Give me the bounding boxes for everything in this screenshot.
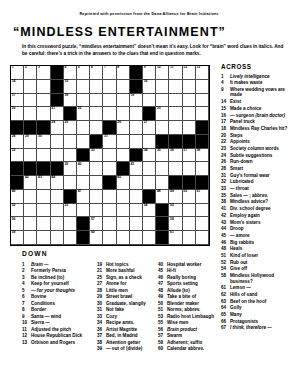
grid-cell[interactable]: 43 xyxy=(37,176,50,190)
grid-cell[interactable] xyxy=(169,121,182,135)
clue-number: 30 xyxy=(97,301,106,307)
grid-cell[interactable]: 20 xyxy=(11,107,24,121)
cell-number: 18 xyxy=(64,94,68,97)
puzzle-instructions: In this crossword puzzle, “mindless ente… xyxy=(22,43,290,58)
grid-cell[interactable] xyxy=(117,135,130,149)
clue-text: Santa — wind xyxy=(31,314,97,320)
black-cell xyxy=(196,176,209,190)
grid-cell[interactable]: 34 xyxy=(143,149,156,163)
cell-number: 29 xyxy=(25,135,29,138)
grid-cell[interactable] xyxy=(90,80,103,94)
clue-text: Subtle suggestions xyxy=(230,153,298,159)
down-clue-60: 60Calendar abbrev. xyxy=(158,346,268,352)
down-clue-49: 49Take a bite of xyxy=(158,294,268,300)
grid-cell[interactable]: 1 xyxy=(11,66,24,80)
grid-cell[interactable] xyxy=(77,176,90,190)
grid-cell[interactable] xyxy=(117,80,130,94)
grid-cell[interactable]: 47 xyxy=(77,190,90,204)
clue-number: 4 xyxy=(221,80,230,86)
grid-cell[interactable]: 21 xyxy=(51,107,64,121)
across-clue-41: 41Div. school degree xyxy=(221,206,298,212)
across-clue-17: 17Panel truck xyxy=(221,119,298,125)
grid-cell[interactable]: 3 xyxy=(37,66,50,80)
grid-cell[interactable] xyxy=(156,176,169,190)
clue-number: 36 xyxy=(97,327,106,333)
grid-cell[interactable] xyxy=(103,162,116,176)
clue-number: 51 xyxy=(158,307,167,313)
grid-cell[interactable] xyxy=(24,217,37,231)
clue-text: Lubricated xyxy=(230,179,298,185)
black-cell xyxy=(143,190,156,204)
clue-text: Mom's sisters xyxy=(230,220,298,226)
clue-number: 1 xyxy=(221,74,230,80)
grid-cell[interactable] xyxy=(37,204,50,218)
grid-cell[interactable]: 33 xyxy=(90,149,103,163)
black-cell xyxy=(196,121,209,135)
grid-cell[interactable]: 37 xyxy=(183,149,196,163)
clue-text: Big rabbits xyxy=(230,240,298,246)
grid-cell[interactable] xyxy=(64,176,77,190)
down-clue-12: 12House Republican Dick xyxy=(22,333,97,339)
grid-cell[interactable] xyxy=(183,217,196,231)
clue-text: Keep for yourself xyxy=(31,281,97,287)
grid-cell[interactable] xyxy=(90,176,103,190)
down-clue-56: 56Brain product xyxy=(158,327,268,333)
black-cell xyxy=(64,190,77,204)
grid-cell[interactable] xyxy=(24,107,37,121)
down-clue-19: 19Hot topics xyxy=(97,262,158,268)
grid-cell[interactable]: 35 xyxy=(156,149,169,163)
grid-cell[interactable]: 10 xyxy=(156,66,169,80)
cell-number: 31 xyxy=(104,135,108,138)
cell-number: 28 xyxy=(12,135,16,138)
grid-cell[interactable] xyxy=(169,94,182,108)
clue-number: 43 xyxy=(221,220,230,226)
grid-cell[interactable] xyxy=(196,204,209,218)
grid-cell[interactable]: 12 xyxy=(183,66,196,80)
grid-cell[interactable]: 8 xyxy=(117,66,130,80)
down-clue-51: 51Norms; abbrev. xyxy=(158,307,268,313)
grid-cell[interactable]: 40 xyxy=(77,162,90,176)
grid-cell[interactable] xyxy=(156,121,169,135)
clue-text: Attention getter xyxy=(106,340,158,346)
grid-cell[interactable] xyxy=(90,204,103,218)
grid-cell[interactable] xyxy=(130,121,143,135)
clue-text: Orbison and Rogers xyxy=(31,340,97,346)
across-clue-43: 43Mom's sisters xyxy=(221,220,298,226)
clue-text: Border xyxy=(31,307,97,313)
across-clue-32: 32Lubricated xyxy=(221,179,298,185)
grid-cell[interactable]: 57 xyxy=(90,217,103,231)
crossword-grid: 1234567891011121314151617181920212223242… xyxy=(10,65,210,246)
instructions-line-1: In this crossword puzzle, “mindless ente… xyxy=(22,43,290,50)
across-clue-20: 20Steps xyxy=(221,133,298,139)
grid-cell[interactable]: 22 xyxy=(77,107,90,121)
clue-text: Brain product xyxy=(167,327,268,333)
grid-cell[interactable]: 32 xyxy=(11,149,24,163)
clue-number: 16 xyxy=(221,113,230,119)
clue-number: 17 xyxy=(221,119,230,125)
down-clue-1: 1Brain — xyxy=(22,262,97,268)
black-cell xyxy=(24,121,37,135)
cell-number: 48 xyxy=(157,190,161,193)
grid-cell[interactable] xyxy=(90,121,103,135)
grid-cell[interactable] xyxy=(24,80,37,94)
clue-text: Panel truck xyxy=(230,119,298,125)
grid-cell[interactable]: 53 xyxy=(64,204,77,218)
grid-cell[interactable] xyxy=(37,190,50,204)
grid-cell[interactable] xyxy=(24,231,37,245)
across-clue-31: 31Guy's formal wear xyxy=(221,173,298,179)
grid-cell[interactable]: 18 xyxy=(64,94,77,108)
grid-cell[interactable]: 59 xyxy=(11,231,24,245)
black-cell xyxy=(51,162,64,176)
down-clue-29: 29Street brawl xyxy=(97,294,158,300)
grid-cell[interactable]: 17 xyxy=(11,94,24,108)
clue-number: 57 xyxy=(158,333,167,339)
grid-cell[interactable] xyxy=(103,217,116,231)
grid-cell[interactable] xyxy=(183,94,196,108)
grid-cell[interactable]: 46 xyxy=(11,190,24,204)
down-clue-11: 11Adjusted the pitch xyxy=(22,327,97,333)
clue-number: 23 xyxy=(221,146,230,152)
down-clue-28: 28Little men xyxy=(97,288,158,294)
grid-cell[interactable]: 50 xyxy=(183,190,196,204)
grid-cell[interactable] xyxy=(130,217,143,231)
grid-cell[interactable]: 52 xyxy=(11,204,24,218)
clue-number: 45 xyxy=(158,268,167,274)
cell-number: 6 xyxy=(91,66,93,69)
grid-cell[interactable] xyxy=(156,94,169,108)
grid-cell[interactable] xyxy=(156,80,169,94)
grid-cell[interactable]: 11 xyxy=(169,66,182,80)
grid-cell[interactable]: 2 xyxy=(24,66,37,80)
cell-number: 5 xyxy=(78,66,80,69)
grid-cell[interactable] xyxy=(64,135,77,149)
grid-cell[interactable]: 45 xyxy=(117,176,130,190)
cell-number: 40 xyxy=(78,163,82,166)
clue-number: 21 xyxy=(97,268,106,274)
grid-cell[interactable]: 31 xyxy=(103,135,116,149)
cell-number: 55 xyxy=(170,204,174,207)
grid-cell[interactable] xyxy=(103,231,116,245)
grid-cell[interactable] xyxy=(24,204,37,218)
grid-cell[interactable] xyxy=(143,217,156,231)
grid-cell[interactable] xyxy=(143,135,156,149)
grid-cell[interactable] xyxy=(156,162,169,176)
grid-cell[interactable] xyxy=(169,107,182,121)
grid-cell[interactable]: 38 xyxy=(196,149,209,163)
grid-cell[interactable] xyxy=(143,162,156,176)
grid-cell[interactable]: 30 xyxy=(37,135,50,149)
grid-cell[interactable] xyxy=(64,149,77,163)
grid-cell[interactable]: 41 xyxy=(130,162,143,176)
clue-text: Mindless Ray Charles hit? xyxy=(230,126,298,132)
grid-cell[interactable] xyxy=(130,135,143,149)
grid-cell[interactable]: 42 xyxy=(24,176,37,190)
clue-text: Employ again xyxy=(230,213,298,219)
grid-cell[interactable]: 7 xyxy=(103,66,116,80)
grid-cell[interactable] xyxy=(51,204,64,218)
clue-text: House Republican Dick xyxy=(31,333,97,339)
grid-cell[interactable] xyxy=(130,231,143,245)
grid-cell[interactable] xyxy=(143,231,156,245)
clue-text: Bed, in Madrid xyxy=(106,333,158,339)
black-cell xyxy=(156,217,169,231)
grid-cell[interactable]: 25 xyxy=(64,121,77,135)
cell-number: 51 xyxy=(196,190,200,193)
clue-text: Recipe amts. xyxy=(106,320,158,326)
cell-number: 4 xyxy=(64,66,66,69)
black-cell xyxy=(51,66,64,80)
black-cell xyxy=(196,135,209,149)
clue-number: 44 xyxy=(221,226,230,232)
grid-cell[interactable] xyxy=(183,231,196,245)
down-clue-6: 6Bovine xyxy=(22,294,97,300)
cell-number: 47 xyxy=(78,190,82,193)
cell-number: 60 xyxy=(91,231,95,234)
cell-number: 38 xyxy=(196,149,200,152)
clue-text: Atone for xyxy=(106,281,158,287)
grid-cell[interactable] xyxy=(196,94,209,108)
black-cell xyxy=(51,94,64,108)
grid-cell[interactable]: 49 xyxy=(169,190,182,204)
cell-number: 7 xyxy=(104,66,106,69)
clue-number: 42 xyxy=(221,213,230,219)
black-cell xyxy=(130,80,143,94)
grid-cell[interactable] xyxy=(117,149,130,163)
grid-cell[interactable] xyxy=(117,204,130,218)
grid-cell[interactable] xyxy=(196,162,209,176)
grid-cell[interactable] xyxy=(103,80,116,94)
clue-number: 46 xyxy=(158,275,167,281)
down-clue-48: 48Allude (to) xyxy=(158,288,268,294)
clue-text: Hospital worker xyxy=(167,262,268,268)
grid-cell[interactable] xyxy=(196,80,209,94)
black-cell xyxy=(11,121,24,135)
grid-cell[interactable] xyxy=(90,94,103,108)
grid-cell[interactable] xyxy=(77,121,90,135)
grid-cell[interactable] xyxy=(24,190,37,204)
clue-text: Adjusted the pitch xyxy=(31,327,97,333)
grid-cell[interactable] xyxy=(196,231,209,245)
down-clue-5: 5— for your thoughts xyxy=(22,288,97,294)
down-clue-47: 47Sports setting xyxy=(158,281,268,287)
clue-text: — out of (divide) xyxy=(106,346,158,352)
grid-cell[interactable] xyxy=(130,107,143,121)
cell-number: 57 xyxy=(91,218,95,221)
grid-cell[interactable]: 28 xyxy=(11,135,24,149)
grid-cell[interactable]: 55 xyxy=(169,204,182,218)
grid-cell[interactable] xyxy=(117,107,130,121)
clue-number: 9 xyxy=(22,314,31,320)
across-clue-15: 15Made a choice xyxy=(221,106,298,112)
grid-cell[interactable] xyxy=(103,149,116,163)
grid-cell[interactable]: 61 xyxy=(169,231,182,245)
grid-cell[interactable]: 24 xyxy=(51,121,64,135)
clue-text: Adherent; suffix xyxy=(167,340,268,346)
cell-number: 12 xyxy=(183,66,187,69)
grid-cell[interactable]: 13 xyxy=(196,66,209,80)
cell-number: 19 xyxy=(130,94,134,97)
black-cell xyxy=(156,135,169,149)
grid-cell[interactable] xyxy=(169,162,182,176)
cell-number: 49 xyxy=(170,190,174,193)
grid-cell[interactable] xyxy=(117,231,130,245)
grid-cell[interactable]: 6 xyxy=(90,66,103,80)
clue-number: 28 xyxy=(97,288,106,294)
black-cell xyxy=(183,135,196,149)
grid-cell[interactable]: 15 xyxy=(64,80,77,94)
across-clue-26: 26Run-down xyxy=(221,159,298,165)
cell-number: 11 xyxy=(170,66,174,69)
clue-text: Droop xyxy=(230,226,298,232)
black-cell xyxy=(183,176,196,190)
down-clue-10: 10Sierra — xyxy=(22,320,97,326)
down-clue-33: 33Cozy xyxy=(97,314,158,320)
grid-cell[interactable] xyxy=(103,190,116,204)
clue-text: Norms; abbrev. xyxy=(167,307,268,313)
grid-cell[interactable] xyxy=(51,217,64,231)
clue-number: 2 xyxy=(22,268,31,274)
grid-cell[interactable] xyxy=(130,204,143,218)
clue-text: Society column words xyxy=(230,146,298,152)
grid-cell[interactable]: 26 xyxy=(117,121,130,135)
clue-text: Be inclined (to) xyxy=(31,275,97,281)
cell-number: 35 xyxy=(157,149,161,152)
grid-cell[interactable] xyxy=(77,135,90,149)
grid-cell[interactable] xyxy=(24,149,37,163)
down-clue-55: 55Wise men xyxy=(158,320,268,326)
across-clue-1: 1Lively intelligence xyxy=(221,74,298,80)
grid-cell[interactable] xyxy=(64,217,77,231)
grid-cell[interactable] xyxy=(37,80,50,94)
grid-cell[interactable]: 23 xyxy=(156,107,169,121)
clue-text: — surgeon (brain doctor) xyxy=(230,113,298,119)
grid-cell[interactable]: 60 xyxy=(90,231,103,245)
grid-cell[interactable] xyxy=(77,204,90,218)
clue-number: 19 xyxy=(97,262,106,268)
cell-number: 42 xyxy=(25,176,29,179)
grid-cell[interactable]: 58 xyxy=(169,217,182,231)
grid-cell[interactable]: 54 xyxy=(143,204,156,218)
cell-number: 13 xyxy=(196,66,200,69)
clue-number: 6 xyxy=(22,294,31,300)
grid-cell[interactable] xyxy=(143,94,156,108)
cell-number: 39 xyxy=(64,163,68,166)
down-clue-columns: 1Brain —2Formerly Persia3Be inclined (to… xyxy=(22,262,296,353)
grid-cell[interactable] xyxy=(117,217,130,231)
grid-cell[interactable] xyxy=(183,204,196,218)
grid-cell[interactable] xyxy=(64,231,77,245)
grid-cell[interactable] xyxy=(51,231,64,245)
black-cell xyxy=(103,121,116,135)
grid-cell[interactable] xyxy=(183,80,196,94)
grid-cell[interactable]: 36 xyxy=(169,149,182,163)
cell-number: 59 xyxy=(12,231,16,234)
grid-cell[interactable]: 56 xyxy=(11,217,24,231)
grid-cell[interactable] xyxy=(37,231,50,245)
grid-cell[interactable] xyxy=(90,107,103,121)
grid-cell[interactable] xyxy=(183,121,196,135)
grid-cell[interactable]: 14 xyxy=(11,80,24,94)
clue-text: It makes waste xyxy=(230,80,298,86)
down-column-3: 40Hospital worker45Hi-fi46Really boring4… xyxy=(158,262,268,353)
cell-number: 30 xyxy=(38,135,42,138)
grid-cell[interactable] xyxy=(103,94,116,108)
grid-cell[interactable] xyxy=(37,217,50,231)
cell-number: 24 xyxy=(51,121,55,124)
grid-cell[interactable] xyxy=(130,176,143,190)
grid-cell[interactable] xyxy=(117,94,130,108)
grid-cell[interactable]: 39 xyxy=(64,162,77,176)
down-clue-21: 21More bashful xyxy=(97,268,158,274)
cell-number: 45 xyxy=(117,176,121,179)
grid-cell[interactable] xyxy=(51,190,64,204)
clue-number: 31 xyxy=(97,307,106,313)
grid-cell[interactable] xyxy=(103,107,116,121)
grid-cell[interactable] xyxy=(90,190,103,204)
black-cell xyxy=(24,162,37,176)
grid-cell[interactable] xyxy=(130,190,143,204)
grid-cell[interactable] xyxy=(51,135,64,149)
across-clue-18: 18Mindless Ray Charles hit? xyxy=(221,126,298,132)
grid-cell[interactable] xyxy=(103,204,116,218)
clue-text: Sales — ; abbrev. xyxy=(230,193,298,199)
clue-number: 28 xyxy=(221,166,230,172)
grid-cell[interactable] xyxy=(90,162,103,176)
grid-cell[interactable] xyxy=(117,190,130,204)
grid-cell[interactable] xyxy=(196,217,209,231)
grid-cell[interactable] xyxy=(77,94,90,108)
cell-number: 3 xyxy=(38,66,40,69)
grid-cell[interactable] xyxy=(196,107,209,121)
grid-cell[interactable]: 29 xyxy=(24,135,37,149)
grid-cell[interactable]: 4 xyxy=(64,66,77,80)
grid-cell[interactable] xyxy=(51,149,64,163)
down-column-2: 19Hot topics21More bashful25Sign, as a c… xyxy=(97,262,158,353)
clue-number: 3 xyxy=(22,275,31,281)
grid-cell[interactable] xyxy=(37,107,50,121)
grid-cell[interactable] xyxy=(183,107,196,121)
grid-cell[interactable]: 16 xyxy=(143,80,156,94)
down-clue-36: 36Artist Magritte xyxy=(97,327,158,333)
grid-cell[interactable]: 5 xyxy=(77,66,90,80)
cell-number: 37 xyxy=(183,149,187,152)
grid-cell[interactable]: 27 xyxy=(143,121,156,135)
grid-cell[interactable] xyxy=(169,80,182,94)
grid-cell[interactable] xyxy=(143,176,156,190)
grid-cell[interactable]: 44 xyxy=(51,176,64,190)
clue-number: 8 xyxy=(22,307,31,313)
across-clue-24: 24Subtle suggestions xyxy=(221,153,298,159)
grid-cell[interactable] xyxy=(37,94,50,108)
cell-number: 2 xyxy=(25,66,27,69)
grid-cell[interactable]: 9 xyxy=(143,66,156,80)
grid-cell[interactable] xyxy=(24,94,37,108)
grid-cell[interactable]: 51 xyxy=(196,190,209,204)
black-cell xyxy=(77,231,90,245)
grid-cell[interactable]: 48 xyxy=(156,190,169,204)
grid-cell[interactable] xyxy=(37,149,50,163)
cell-number: 17 xyxy=(12,94,16,97)
clue-text: Hot topics xyxy=(106,262,158,268)
clue-number: 46 xyxy=(221,240,230,246)
grid-cell[interactable] xyxy=(77,80,90,94)
grid-cell[interactable]: 19 xyxy=(130,94,143,108)
grid-cell[interactable] xyxy=(183,162,196,176)
clue-text: Artist Magritte xyxy=(106,327,158,333)
